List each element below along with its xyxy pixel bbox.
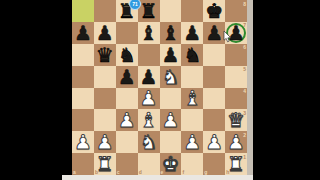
square-a5[interactable] bbox=[72, 66, 94, 88]
page-below-board bbox=[62, 175, 253, 180]
file-label-c: c bbox=[117, 169, 120, 175]
square-f7[interactable]: ♟ bbox=[181, 22, 203, 44]
square-h4[interactable]: 4 bbox=[225, 88, 247, 110]
square-d1[interactable]: d bbox=[138, 153, 160, 175]
square-a6[interactable] bbox=[72, 44, 94, 66]
square-c4[interactable] bbox=[116, 88, 138, 110]
square-a1[interactable]: a bbox=[72, 153, 94, 175]
white-rook[interactable]: ♜ bbox=[94, 153, 116, 175]
square-e3[interactable]: ♟ bbox=[160, 109, 182, 131]
square-c2[interactable] bbox=[116, 131, 138, 153]
black-pawn[interactable]: ♟ bbox=[116, 66, 138, 88]
square-d5[interactable]: ♟ bbox=[138, 66, 160, 88]
square-c1[interactable]: c bbox=[116, 153, 138, 175]
black-queen[interactable]: ♛ bbox=[94, 44, 116, 66]
square-a3[interactable] bbox=[72, 109, 94, 131]
white-knight[interactable]: ♞ bbox=[160, 66, 182, 88]
rank-label-8: 8 bbox=[243, 1, 246, 7]
square-a2[interactable]: ♟ bbox=[72, 131, 94, 153]
square-d2[interactable]: ♞ bbox=[138, 131, 160, 153]
black-pawn[interactable]: ♟ bbox=[138, 66, 160, 88]
black-pawn[interactable]: ♟ bbox=[181, 22, 203, 44]
rank-label-6: 6 bbox=[243, 44, 246, 50]
chess-board[interactable]: ♜♜♚8♟♟♝♝♟♟7♟♛♞♟♞6♟♟♞5♟♝4♟♝♟3♛♟♟♞♟♟2♟ab♜c… bbox=[72, 0, 247, 175]
square-g2[interactable]: ♟ bbox=[203, 131, 225, 153]
white-queen[interactable]: ♛ bbox=[225, 109, 247, 131]
square-e1[interactable]: e♚ bbox=[160, 153, 182, 175]
square-h6[interactable]: 6 bbox=[225, 44, 247, 66]
square-f4[interactable]: ♝ bbox=[181, 88, 203, 110]
white-pawn[interactable]: ♟ bbox=[225, 131, 247, 153]
square-c7[interactable] bbox=[116, 22, 138, 44]
square-e6[interactable]: ♟ bbox=[160, 44, 182, 66]
square-d7[interactable]: ♝ bbox=[138, 22, 160, 44]
white-pawn[interactable]: ♟ bbox=[94, 131, 116, 153]
white-pawn[interactable]: ♟ bbox=[160, 109, 182, 131]
square-b3[interactable] bbox=[94, 109, 116, 131]
square-d3[interactable]: ♝ bbox=[138, 109, 160, 131]
square-b4[interactable] bbox=[94, 88, 116, 110]
square-h1[interactable]: 1h♜ bbox=[225, 153, 247, 175]
video-frame: ♜♜♚8♟♟♝♝♟♟7♟♛♞♟♞6♟♟♞5♟♝4♟♝♟3♛♟♟♞♟♟2♟ab♜c… bbox=[0, 0, 320, 180]
square-b8[interactable] bbox=[94, 0, 116, 22]
black-bishop[interactable]: ♝ bbox=[138, 22, 160, 44]
square-c5[interactable]: ♟ bbox=[116, 66, 138, 88]
square-h5[interactable]: 5 bbox=[225, 66, 247, 88]
square-a7[interactable]: ♟ bbox=[72, 22, 94, 44]
black-pawn[interactable]: ♟ bbox=[72, 22, 94, 44]
right-letterbox-bar bbox=[253, 0, 320, 180]
rank-label-5: 5 bbox=[243, 66, 246, 72]
file-label-a: a bbox=[73, 169, 76, 175]
square-a4[interactable] bbox=[72, 88, 94, 110]
black-pawn[interactable]: ♟ bbox=[160, 44, 182, 66]
black-pawn[interactable]: ♟ bbox=[94, 22, 116, 44]
square-f1[interactable]: f bbox=[181, 153, 203, 175]
black-bishop[interactable]: ♝ bbox=[160, 22, 182, 44]
white-bishop[interactable]: ♝ bbox=[181, 88, 203, 110]
white-pawn[interactable]: ♟ bbox=[203, 131, 225, 153]
black-knight[interactable]: ♞ bbox=[116, 44, 138, 66]
left-letterbox-bar bbox=[0, 0, 72, 180]
white-pawn[interactable]: ♟ bbox=[138, 88, 160, 110]
square-f6[interactable]: ♞ bbox=[181, 44, 203, 66]
square-e2[interactable] bbox=[160, 131, 182, 153]
square-g1[interactable]: g bbox=[203, 153, 225, 175]
square-g3[interactable] bbox=[203, 109, 225, 131]
square-g5[interactable] bbox=[203, 66, 225, 88]
black-king[interactable]: ♚ bbox=[203, 0, 225, 22]
white-pawn[interactable]: ♟ bbox=[181, 131, 203, 153]
square-b2[interactable]: ♟ bbox=[94, 131, 116, 153]
white-pawn[interactable]: ♟ bbox=[116, 109, 138, 131]
square-g7[interactable]: ♟ bbox=[203, 22, 225, 44]
square-f3[interactable] bbox=[181, 109, 203, 131]
file-label-g: g bbox=[204, 169, 207, 175]
white-bishop[interactable]: ♝ bbox=[138, 109, 160, 131]
white-rook[interactable]: ♜ bbox=[225, 153, 247, 175]
square-a8[interactable] bbox=[72, 0, 94, 22]
square-b6[interactable]: ♛ bbox=[94, 44, 116, 66]
white-knight[interactable]: ♞ bbox=[138, 131, 160, 153]
white-king[interactable]: ♚ bbox=[160, 153, 182, 175]
square-g4[interactable] bbox=[203, 88, 225, 110]
file-label-d: d bbox=[139, 169, 142, 175]
square-h2[interactable]: 2♟ bbox=[225, 131, 247, 153]
square-e4[interactable] bbox=[160, 88, 182, 110]
square-f8[interactable] bbox=[181, 0, 203, 22]
square-g6[interactable] bbox=[203, 44, 225, 66]
square-g8[interactable]: ♚ bbox=[203, 0, 225, 22]
square-c3[interactable]: ♟ bbox=[116, 109, 138, 131]
square-e8[interactable] bbox=[160, 0, 182, 22]
square-h8[interactable]: 8 bbox=[225, 0, 247, 22]
black-pawn[interactable]: ♟ bbox=[203, 22, 225, 44]
black-knight[interactable]: ♞ bbox=[181, 44, 203, 66]
square-b7[interactable]: ♟ bbox=[94, 22, 116, 44]
rank-label-4: 4 bbox=[243, 88, 246, 94]
square-d6[interactable] bbox=[138, 44, 160, 66]
square-b1[interactable]: b♜ bbox=[94, 153, 116, 175]
square-b5[interactable] bbox=[94, 66, 116, 88]
mouse-cursor-icon bbox=[223, 28, 232, 47]
file-label-f: f bbox=[182, 169, 184, 175]
white-pawn[interactable]: ♟ bbox=[72, 131, 94, 153]
square-f2[interactable]: ♟ bbox=[181, 131, 203, 153]
square-f5[interactable] bbox=[181, 66, 203, 88]
square-c6[interactable]: ♞ bbox=[116, 44, 138, 66]
square-h3[interactable]: 3♛ bbox=[225, 109, 247, 131]
square-e7[interactable]: ♝ bbox=[160, 22, 182, 44]
square-e5[interactable]: ♞ bbox=[160, 66, 182, 88]
square-d4[interactable]: ♟ bbox=[138, 88, 160, 110]
